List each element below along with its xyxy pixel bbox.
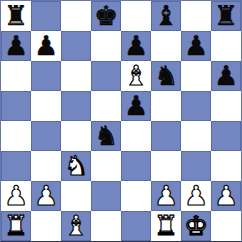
square-h3[interactable] — [211, 151, 241, 181]
square-e5[interactable]: ♟ — [121, 91, 151, 121]
piece-white-pawn: ♟ — [154, 182, 178, 209]
square-c5[interactable] — [61, 91, 91, 121]
square-f5[interactable] — [151, 91, 181, 121]
piece-black-rook: ♜ — [4, 2, 28, 29]
square-a2[interactable]: ♟ — [1, 181, 31, 211]
piece-black-pawn: ♟ — [4, 32, 28, 59]
piece-white-pawn: ♟ — [184, 182, 208, 209]
square-c6[interactable] — [61, 61, 91, 91]
square-g8[interactable] — [181, 1, 211, 31]
square-g2[interactable]: ♟ — [181, 181, 211, 211]
chess-board: ♜♚♝♜♟♟♟♟♝♞♟♟♞♞♟♟♟♟♟♜♝♜♚ — [0, 0, 242, 242]
square-c7[interactable] — [61, 31, 91, 61]
square-e1[interactable] — [121, 211, 151, 241]
square-b2[interactable]: ♟ — [31, 181, 61, 211]
square-d4[interactable]: ♞ — [91, 121, 121, 151]
square-c1[interactable]: ♝ — [61, 211, 91, 241]
chess-board-wrapper: ♜♚♝♜♟♟♟♟♝♞♟♟♞♞♟♟♟♟♟♜♝♜♚ — [0, 0, 242, 242]
piece-white-rook: ♜ — [4, 212, 28, 239]
square-d1[interactable] — [91, 211, 121, 241]
square-b3[interactable] — [31, 151, 61, 181]
square-a4[interactable] — [1, 121, 31, 151]
square-e3[interactable] — [121, 151, 151, 181]
square-h5[interactable] — [211, 91, 241, 121]
square-b6[interactable] — [31, 61, 61, 91]
piece-black-pawn: ♟ — [184, 32, 208, 59]
square-f3[interactable] — [151, 151, 181, 181]
square-b1[interactable] — [31, 211, 61, 241]
square-d6[interactable] — [91, 61, 121, 91]
square-f4[interactable] — [151, 121, 181, 151]
square-c4[interactable] — [61, 121, 91, 151]
square-e8[interactable] — [121, 1, 151, 31]
square-d2[interactable] — [91, 181, 121, 211]
square-h7[interactable] — [211, 31, 241, 61]
square-f6[interactable]: ♞ — [151, 61, 181, 91]
piece-white-knight: ♞ — [64, 152, 88, 179]
piece-white-king: ♚ — [184, 212, 208, 239]
square-c8[interactable] — [61, 1, 91, 31]
square-d7[interactable] — [91, 31, 121, 61]
square-e6[interactable]: ♝ — [121, 61, 151, 91]
square-h4[interactable] — [211, 121, 241, 151]
square-g6[interactable] — [181, 61, 211, 91]
piece-white-pawn: ♟ — [4, 182, 28, 209]
piece-black-pawn: ♟ — [34, 32, 58, 59]
square-g7[interactable]: ♟ — [181, 31, 211, 61]
square-d8[interactable]: ♚ — [91, 1, 121, 31]
square-c3[interactable]: ♞ — [61, 151, 91, 181]
square-d5[interactable] — [91, 91, 121, 121]
piece-white-bishop: ♝ — [64, 212, 88, 239]
square-c2[interactable] — [61, 181, 91, 211]
square-d3[interactable] — [91, 151, 121, 181]
square-f1[interactable]: ♜ — [151, 211, 181, 241]
square-f8[interactable]: ♝ — [151, 1, 181, 31]
piece-black-knight: ♞ — [154, 62, 178, 89]
square-a1[interactable]: ♜ — [1, 211, 31, 241]
square-h8[interactable]: ♜ — [211, 1, 241, 31]
square-g1[interactable]: ♚ — [181, 211, 211, 241]
piece-black-pawn: ♟ — [124, 32, 148, 59]
piece-black-king: ♚ — [94, 2, 118, 29]
square-e2[interactable] — [121, 181, 151, 211]
square-e4[interactable] — [121, 121, 151, 151]
piece-black-bishop: ♝ — [154, 2, 178, 29]
piece-black-rook: ♜ — [214, 2, 238, 29]
square-g5[interactable] — [181, 91, 211, 121]
piece-black-knight: ♞ — [94, 122, 118, 149]
square-h6[interactable]: ♟ — [211, 61, 241, 91]
square-a7[interactable]: ♟ — [1, 31, 31, 61]
piece-black-pawn: ♟ — [124, 92, 148, 119]
square-b5[interactable] — [31, 91, 61, 121]
square-b7[interactable]: ♟ — [31, 31, 61, 61]
piece-white-bishop: ♝ — [124, 62, 148, 89]
square-a6[interactable] — [1, 61, 31, 91]
square-a5[interactable] — [1, 91, 31, 121]
square-b4[interactable] — [31, 121, 61, 151]
square-f7[interactable] — [151, 31, 181, 61]
square-g4[interactable] — [181, 121, 211, 151]
piece-white-pawn: ♟ — [214, 182, 238, 209]
piece-white-pawn: ♟ — [34, 182, 58, 209]
square-h2[interactable]: ♟ — [211, 181, 241, 211]
square-a8[interactable]: ♜ — [1, 1, 31, 31]
square-h1[interactable] — [211, 211, 241, 241]
piece-white-rook: ♜ — [154, 212, 178, 239]
square-e7[interactable]: ♟ — [121, 31, 151, 61]
square-f2[interactable]: ♟ — [151, 181, 181, 211]
square-g3[interactable] — [181, 151, 211, 181]
piece-black-pawn: ♟ — [214, 62, 238, 89]
square-b8[interactable] — [31, 1, 61, 31]
square-a3[interactable] — [1, 151, 31, 181]
